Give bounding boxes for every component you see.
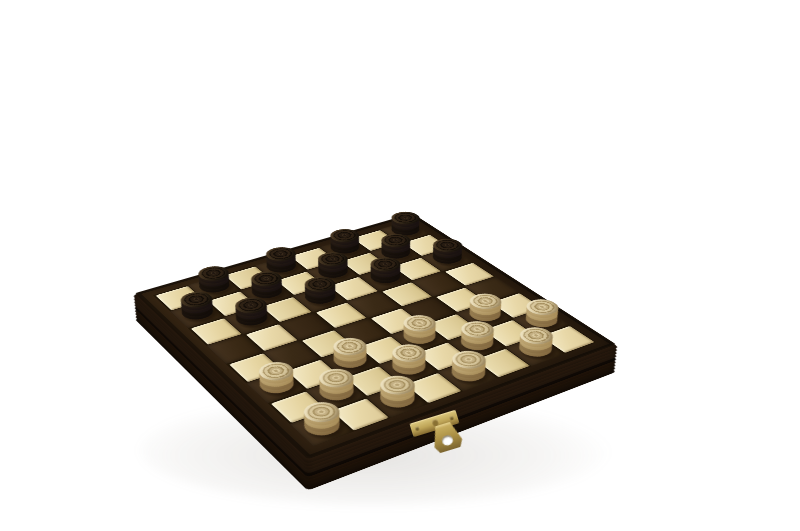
- product-photo-stage: [0, 0, 800, 531]
- clasp-rivet: [415, 426, 420, 431]
- clasp-eyelet-hole: [441, 434, 454, 447]
- clasp-rivet: [449, 415, 454, 420]
- clasp-latch-knob: [431, 418, 439, 426]
